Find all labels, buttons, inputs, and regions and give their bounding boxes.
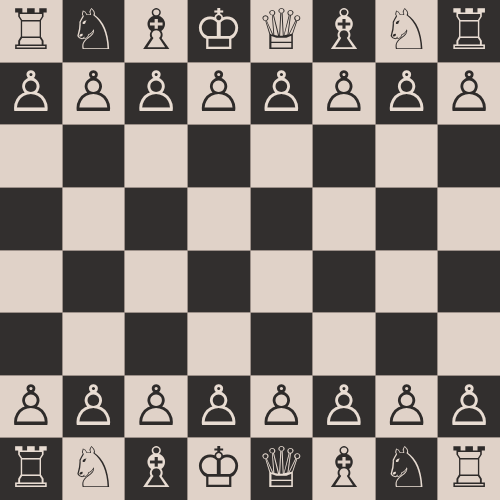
piece-white-knight[interactable]: ♘ (381, 440, 431, 496)
square-e3[interactable] (251, 313, 313, 375)
square-d6[interactable] (188, 125, 250, 187)
square-f3[interactable] (313, 313, 375, 375)
square-f4[interactable] (313, 251, 375, 313)
square-c2[interactable]: ♙ (125, 376, 187, 438)
square-d1[interactable]: ♔ (188, 438, 250, 500)
square-d4[interactable] (188, 251, 250, 313)
square-c6[interactable] (125, 125, 187, 187)
piece-black-pawn[interactable]: ♙ (256, 64, 306, 120)
square-a8[interactable]: ♖ (0, 0, 62, 62)
piece-black-rook[interactable]: ♖ (444, 2, 494, 58)
square-a7[interactable]: ♙ (0, 63, 62, 125)
square-f1[interactable]: ♗ (313, 438, 375, 500)
piece-white-pawn[interactable]: ♙ (68, 378, 118, 434)
square-d8[interactable]: ♔ (188, 0, 250, 62)
piece-white-pawn[interactable]: ♙ (256, 378, 306, 434)
square-b1[interactable]: ♘ (63, 438, 125, 500)
piece-black-pawn[interactable]: ♙ (131, 64, 181, 120)
square-h3[interactable] (438, 313, 500, 375)
square-c3[interactable] (125, 313, 187, 375)
square-e8[interactable]: ♕ (251, 0, 313, 62)
square-d7[interactable]: ♙ (188, 63, 250, 125)
square-e1[interactable]: ♕ (251, 438, 313, 500)
square-d3[interactable] (188, 313, 250, 375)
square-g4[interactable] (376, 251, 438, 313)
square-a5[interactable] (0, 188, 62, 250)
piece-white-rook[interactable]: ♖ (6, 440, 56, 496)
chess-board: ♖♘♗♔♕♗♘♖♙♙♙♙♙♙♙♙♙♙♙♙♙♙♙♙♖♘♗♔♕♗♘♖ (0, 0, 500, 500)
square-a2[interactable]: ♙ (0, 376, 62, 438)
square-h1[interactable]: ♖ (438, 438, 500, 500)
square-a1[interactable]: ♖ (0, 438, 62, 500)
square-d5[interactable] (188, 188, 250, 250)
square-c1[interactable]: ♗ (125, 438, 187, 500)
square-h5[interactable] (438, 188, 500, 250)
square-b7[interactable]: ♙ (63, 63, 125, 125)
piece-black-pawn[interactable]: ♙ (6, 64, 56, 120)
piece-white-king[interactable]: ♔ (194, 440, 244, 496)
square-b3[interactable] (63, 313, 125, 375)
square-d2[interactable]: ♙ (188, 376, 250, 438)
square-h6[interactable] (438, 125, 500, 187)
square-b2[interactable]: ♙ (63, 376, 125, 438)
square-f5[interactable] (313, 188, 375, 250)
piece-white-rook[interactable]: ♖ (444, 440, 494, 496)
piece-black-knight[interactable]: ♘ (68, 2, 118, 58)
square-b5[interactable] (63, 188, 125, 250)
piece-white-knight[interactable]: ♘ (68, 440, 118, 496)
piece-white-pawn[interactable]: ♙ (194, 378, 244, 434)
piece-white-queen[interactable]: ♕ (256, 440, 306, 496)
square-h2[interactable]: ♙ (438, 376, 500, 438)
piece-black-bishop[interactable]: ♗ (131, 2, 181, 58)
piece-white-pawn[interactable]: ♙ (319, 378, 369, 434)
square-g7[interactable]: ♙ (376, 63, 438, 125)
piece-white-bishop[interactable]: ♗ (319, 440, 369, 496)
square-e6[interactable] (251, 125, 313, 187)
piece-black-queen[interactable]: ♕ (256, 2, 306, 58)
square-f7[interactable]: ♙ (313, 63, 375, 125)
square-b6[interactable] (63, 125, 125, 187)
square-e4[interactable] (251, 251, 313, 313)
piece-black-pawn[interactable]: ♙ (319, 64, 369, 120)
square-g8[interactable]: ♘ (376, 0, 438, 62)
piece-black-bishop[interactable]: ♗ (319, 2, 369, 58)
square-g5[interactable] (376, 188, 438, 250)
square-b8[interactable]: ♘ (63, 0, 125, 62)
square-e7[interactable]: ♙ (251, 63, 313, 125)
square-a4[interactable] (0, 251, 62, 313)
piece-black-pawn[interactable]: ♙ (381, 64, 431, 120)
piece-white-pawn[interactable]: ♙ (381, 378, 431, 434)
square-h7[interactable]: ♙ (438, 63, 500, 125)
piece-black-pawn[interactable]: ♙ (68, 64, 118, 120)
square-g6[interactable] (376, 125, 438, 187)
piece-black-pawn[interactable]: ♙ (444, 64, 494, 120)
piece-white-bishop[interactable]: ♗ (131, 440, 181, 496)
piece-white-pawn[interactable]: ♙ (444, 378, 494, 434)
square-g3[interactable] (376, 313, 438, 375)
square-c5[interactable] (125, 188, 187, 250)
square-c4[interactable] (125, 251, 187, 313)
square-f6[interactable] (313, 125, 375, 187)
square-h4[interactable] (438, 251, 500, 313)
square-f2[interactable]: ♙ (313, 376, 375, 438)
piece-white-pawn[interactable]: ♙ (131, 378, 181, 434)
piece-white-pawn[interactable]: ♙ (6, 378, 56, 434)
square-c8[interactable]: ♗ (125, 0, 187, 62)
square-a6[interactable] (0, 125, 62, 187)
square-f8[interactable]: ♗ (313, 0, 375, 62)
square-b4[interactable] (63, 251, 125, 313)
square-g2[interactable]: ♙ (376, 376, 438, 438)
square-c7[interactable]: ♙ (125, 63, 187, 125)
square-h8[interactable]: ♖ (438, 0, 500, 62)
square-a3[interactable] (0, 313, 62, 375)
piece-black-knight[interactable]: ♘ (381, 2, 431, 58)
square-e5[interactable] (251, 188, 313, 250)
square-e2[interactable]: ♙ (251, 376, 313, 438)
piece-black-rook[interactable]: ♖ (6, 2, 56, 58)
piece-black-pawn[interactable]: ♙ (194, 64, 244, 120)
piece-black-king[interactable]: ♔ (194, 2, 244, 58)
square-g1[interactable]: ♘ (376, 438, 438, 500)
